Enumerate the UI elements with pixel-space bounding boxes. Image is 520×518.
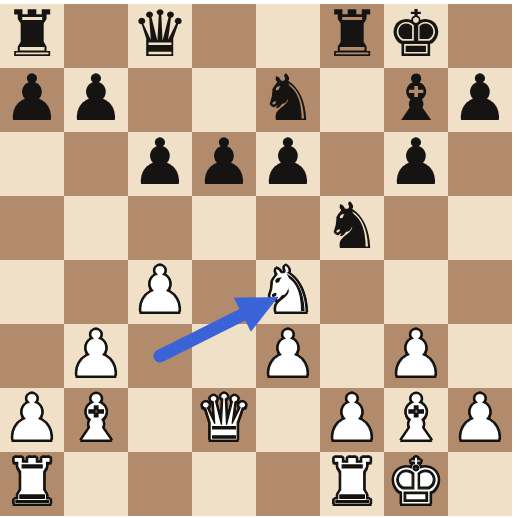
piece-black-pawn[interactable]: ♟: [387, 130, 444, 194]
piece-black-queen[interactable]: ♛: [131, 2, 188, 66]
square-c2[interactable]: [128, 388, 192, 452]
square-f7[interactable]: [320, 68, 384, 132]
square-e7[interactable]: ♞: [256, 68, 320, 132]
square-d6[interactable]: ♟: [192, 132, 256, 196]
square-b4[interactable]: [64, 260, 128, 324]
square-g5[interactable]: [384, 196, 448, 260]
square-g2[interactable]: ♝: [384, 388, 448, 452]
square-a5[interactable]: [0, 196, 64, 260]
square-c1[interactable]: [128, 452, 192, 516]
square-a2[interactable]: ♟: [0, 388, 64, 452]
chess-board: ♜♛♜♚♟♟♞♝♟♟♟♟♟♞♟♞♟♟♟♟♝♛♟♝♟♜♜♚: [0, 4, 512, 516]
square-f8[interactable]: ♜: [320, 4, 384, 68]
piece-white-pawn[interactable]: ♟: [3, 386, 60, 450]
piece-black-pawn[interactable]: ♟: [131, 130, 188, 194]
square-b7[interactable]: ♟: [64, 68, 128, 132]
square-h6[interactable]: [448, 132, 512, 196]
square-f1[interactable]: ♜: [320, 452, 384, 516]
chess-app: ♜♛♜♚♟♟♞♝♟♟♟♟♟♞♟♞♟♟♟♟♝♛♟♝♟♜♜♚: [0, 0, 520, 518]
square-e2[interactable]: [256, 388, 320, 452]
square-g6[interactable]: ♟: [384, 132, 448, 196]
square-e1[interactable]: [256, 452, 320, 516]
square-f3[interactable]: [320, 324, 384, 388]
square-h3[interactable]: [448, 324, 512, 388]
square-e3[interactable]: ♟: [256, 324, 320, 388]
square-c5[interactable]: [128, 196, 192, 260]
square-f5[interactable]: ♞: [320, 196, 384, 260]
square-a3[interactable]: [0, 324, 64, 388]
square-g8[interactable]: ♚: [384, 4, 448, 68]
piece-white-rook[interactable]: ♜: [3, 450, 60, 514]
square-c4[interactable]: ♟: [128, 260, 192, 324]
piece-white-king[interactable]: ♚: [387, 450, 444, 514]
square-b1[interactable]: [64, 452, 128, 516]
piece-black-rook[interactable]: ♜: [3, 2, 60, 66]
piece-white-pawn[interactable]: ♟: [451, 386, 508, 450]
square-g4[interactable]: [384, 260, 448, 324]
piece-white-pawn[interactable]: ♟: [67, 322, 124, 386]
piece-white-bishop[interactable]: ♝: [387, 386, 444, 450]
piece-black-pawn[interactable]: ♟: [195, 130, 252, 194]
square-f2[interactable]: ♟: [320, 388, 384, 452]
square-a7[interactable]: ♟: [0, 68, 64, 132]
square-f6[interactable]: [320, 132, 384, 196]
square-a8[interactable]: ♜: [0, 4, 64, 68]
piece-black-pawn[interactable]: ♟: [451, 66, 508, 130]
piece-black-pawn[interactable]: ♟: [67, 66, 124, 130]
square-e8[interactable]: [256, 4, 320, 68]
square-d3[interactable]: [192, 324, 256, 388]
square-g7[interactable]: ♝: [384, 68, 448, 132]
piece-white-pawn[interactable]: ♟: [323, 386, 380, 450]
square-h7[interactable]: ♟: [448, 68, 512, 132]
piece-white-bishop[interactable]: ♝: [67, 386, 124, 450]
square-b5[interactable]: [64, 196, 128, 260]
square-a4[interactable]: [0, 260, 64, 324]
square-g3[interactable]: ♟: [384, 324, 448, 388]
square-h8[interactable]: [448, 4, 512, 68]
piece-white-rook[interactable]: ♜: [323, 450, 380, 514]
square-c3[interactable]: [128, 324, 192, 388]
square-c7[interactable]: [128, 68, 192, 132]
square-d1[interactable]: [192, 452, 256, 516]
square-h5[interactable]: [448, 196, 512, 260]
square-h1[interactable]: [448, 452, 512, 516]
square-b2[interactable]: ♝: [64, 388, 128, 452]
square-h4[interactable]: [448, 260, 512, 324]
piece-white-knight[interactable]: ♞: [259, 258, 316, 322]
square-d8[interactable]: [192, 4, 256, 68]
square-e5[interactable]: [256, 196, 320, 260]
square-g1[interactable]: ♚: [384, 452, 448, 516]
square-b6[interactable]: [64, 132, 128, 196]
piece-black-knight[interactable]: ♞: [259, 66, 316, 130]
piece-black-king[interactable]: ♚: [387, 2, 444, 66]
square-b3[interactable]: ♟: [64, 324, 128, 388]
square-d5[interactable]: [192, 196, 256, 260]
square-e4[interactable]: ♞: [256, 260, 320, 324]
square-a6[interactable]: [0, 132, 64, 196]
square-h2[interactable]: ♟: [448, 388, 512, 452]
piece-black-pawn[interactable]: ♟: [3, 66, 60, 130]
piece-black-knight[interactable]: ♞: [323, 194, 380, 258]
piece-white-pawn[interactable]: ♟: [131, 258, 188, 322]
piece-white-queen[interactable]: ♛: [195, 386, 252, 450]
piece-white-pawn[interactable]: ♟: [259, 322, 316, 386]
piece-black-pawn[interactable]: ♟: [259, 130, 316, 194]
piece-black-bishop[interactable]: ♝: [387, 66, 444, 130]
square-b8[interactable]: [64, 4, 128, 68]
square-f4[interactable]: [320, 260, 384, 324]
square-d2[interactable]: ♛: [192, 388, 256, 452]
square-d4[interactable]: [192, 260, 256, 324]
square-a1[interactable]: ♜: [0, 452, 64, 516]
piece-white-pawn[interactable]: ♟: [387, 322, 444, 386]
square-e6[interactable]: ♟: [256, 132, 320, 196]
square-d7[interactable]: [192, 68, 256, 132]
piece-black-rook[interactable]: ♜: [323, 2, 380, 66]
square-c8[interactable]: ♛: [128, 4, 192, 68]
square-c6[interactable]: ♟: [128, 132, 192, 196]
